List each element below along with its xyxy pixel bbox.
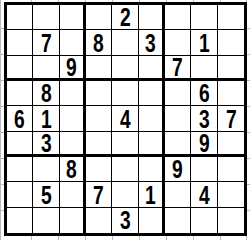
cell-r5c5[interactable]: 4: [112, 106, 138, 131]
cell-r9c2[interactable]: [33, 208, 59, 233]
cell-r5c3[interactable]: [60, 106, 86, 131]
cell-r6c2[interactable]: 3: [33, 132, 59, 157]
cell-r9c5[interactable]: 3: [112, 208, 138, 233]
cell-r6c5[interactable]: [112, 132, 138, 157]
cell-r9c7[interactable]: [165, 208, 191, 233]
given-digit: 3: [41, 132, 52, 156]
given-digit: 6: [199, 81, 210, 106]
given-digit: 3: [199, 106, 210, 131]
cell-r5c9[interactable]: 7: [218, 106, 244, 131]
given-digit: 5: [41, 182, 52, 207]
cell-r5c4[interactable]: [86, 106, 112, 131]
cell-r9c8[interactable]: [191, 208, 217, 233]
cell-r5c2[interactable]: 1: [33, 106, 59, 131]
cell-r8c8[interactable]: 4: [191, 182, 217, 207]
cell-r2c6[interactable]: 3: [139, 30, 165, 55]
cell-r3c6[interactable]: [139, 56, 165, 81]
cell-r6c6[interactable]: [139, 132, 165, 157]
cell-r6c7[interactable]: [165, 132, 191, 157]
given-digit: 2: [120, 5, 131, 30]
cell-r4c8[interactable]: 6: [191, 81, 217, 106]
given-digit: 1: [145, 182, 156, 207]
cell-r1c1[interactable]: [7, 5, 33, 30]
cell-r2c8[interactable]: 1: [191, 30, 217, 55]
given-digit: 4: [120, 106, 131, 131]
cell-r4c2[interactable]: 8: [33, 81, 59, 106]
cell-r8c6[interactable]: 1: [139, 182, 165, 207]
cell-r2c5[interactable]: [112, 30, 138, 55]
cell-r3c1[interactable]: [7, 56, 33, 81]
cell-r7c5[interactable]: [112, 157, 138, 182]
cell-r9c9[interactable]: [218, 208, 244, 233]
cell-r4c6[interactable]: [139, 81, 165, 106]
cell-r3c2[interactable]: [33, 56, 59, 81]
cell-r7c3[interactable]: 8: [60, 157, 86, 182]
given-digit: 8: [93, 30, 104, 55]
sudoku-screenshot: 27831978661437398957143: [0, 0, 250, 240]
cell-r7c8[interactable]: [191, 157, 217, 182]
cell-r1c5[interactable]: 2: [112, 5, 138, 30]
cell-r6c9[interactable]: [218, 132, 244, 157]
cell-r9c6[interactable]: [139, 208, 165, 233]
cell-r8c1[interactable]: [7, 182, 33, 207]
cell-r2c7[interactable]: [165, 30, 191, 55]
cell-r1c2[interactable]: [33, 5, 59, 30]
cell-r8c3[interactable]: [60, 182, 86, 207]
cell-r3c5[interactable]: [112, 56, 138, 81]
spreadsheet-gridline: [0, 0, 1, 240]
cell-r6c1[interactable]: [7, 132, 33, 157]
cell-r8c9[interactable]: [218, 182, 244, 207]
given-digit: 3: [120, 208, 131, 233]
cell-r8c4[interactable]: 7: [86, 182, 112, 207]
given-digit: 8: [41, 81, 52, 106]
cell-r5c7[interactable]: [165, 106, 191, 131]
cell-r1c8[interactable]: [191, 5, 217, 30]
sudoku-board: 27831978661437398957143: [4, 2, 247, 236]
given-digit: 7: [225, 106, 236, 131]
given-digit: 9: [199, 132, 210, 156]
given-digit: 3: [145, 30, 156, 55]
cell-r3c8[interactable]: [191, 56, 217, 81]
cell-r3c4[interactable]: [86, 56, 112, 81]
cell-r5c1[interactable]: 6: [7, 106, 33, 131]
cell-r8c7[interactable]: [165, 182, 191, 207]
cell-r1c9[interactable]: [218, 5, 244, 30]
cell-r4c3[interactable]: [60, 81, 86, 106]
cell-r6c3[interactable]: [60, 132, 86, 157]
cell-r2c4[interactable]: 8: [86, 30, 112, 55]
given-digit: 1: [41, 106, 52, 131]
cell-r4c4[interactable]: [86, 81, 112, 106]
cell-r1c6[interactable]: [139, 5, 165, 30]
cell-r1c4[interactable]: [86, 5, 112, 30]
given-digit: 9: [66, 56, 77, 80]
cell-r3c7[interactable]: 7: [165, 56, 191, 81]
cell-r8c5[interactable]: [112, 182, 138, 207]
given-digit: 1: [199, 30, 210, 55]
cell-r1c7[interactable]: [165, 5, 191, 30]
cell-r2c9[interactable]: [218, 30, 244, 55]
cell-r7c9[interactable]: [218, 157, 244, 182]
cell-r7c6[interactable]: [139, 157, 165, 182]
cell-r9c1[interactable]: [7, 208, 33, 233]
cell-r8c2[interactable]: 5: [33, 182, 59, 207]
given-digit: 7: [93, 182, 104, 207]
given-digit: 6: [14, 106, 25, 131]
given-digit: 8: [66, 157, 77, 182]
cell-r7c2[interactable]: [33, 157, 59, 182]
cell-r3c3[interactable]: 9: [60, 56, 86, 81]
cell-r9c3[interactable]: [60, 208, 86, 233]
cell-r4c5[interactable]: [112, 81, 138, 106]
cell-r4c1[interactable]: [7, 81, 33, 106]
cell-r5c8[interactable]: 3: [191, 106, 217, 131]
cell-r6c4[interactable]: [86, 132, 112, 157]
given-digit: 4: [199, 182, 210, 207]
cell-r2c1[interactable]: [7, 30, 33, 55]
cell-r6c8[interactable]: 9: [191, 132, 217, 157]
cell-r9c4[interactable]: [86, 208, 112, 233]
cell-r4c7[interactable]: [165, 81, 191, 106]
cell-r7c7[interactable]: 9: [165, 157, 191, 182]
cell-r7c1[interactable]: [7, 157, 33, 182]
cell-r2c2[interactable]: 7: [33, 30, 59, 55]
cell-r1c3[interactable]: [60, 5, 86, 30]
cell-r2c3[interactable]: [60, 30, 86, 55]
cell-r4c9[interactable]: [218, 81, 244, 106]
given-digit: 7: [41, 30, 52, 55]
given-digit: 7: [172, 56, 183, 80]
cell-r7c4[interactable]: [86, 157, 112, 182]
given-digit: 9: [172, 157, 183, 182]
cell-r5c6[interactable]: [139, 106, 165, 131]
cell-r3c9[interactable]: [218, 56, 244, 81]
